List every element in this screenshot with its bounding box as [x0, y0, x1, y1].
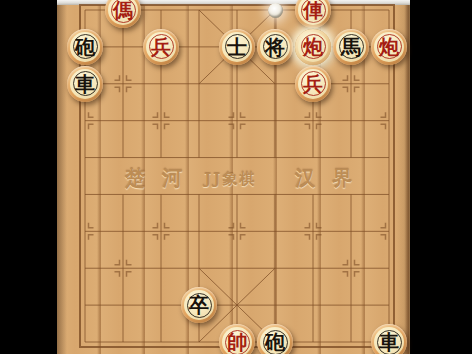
piece-glyph: 俥 — [303, 0, 323, 28]
river-label-han-jie: 汉界 — [295, 166, 369, 190]
piece-black-soldier[interactable]: 卒 — [181, 287, 217, 323]
piece-glyph: 車 — [379, 324, 399, 354]
piece-glyph: 兵 — [303, 66, 323, 102]
piece-glyph: 砲 — [265, 324, 285, 354]
piece-glyph: 砲 — [75, 29, 95, 65]
xiangqi-app-screen: 楚河 JJ象棋 汉界 傌俥砲兵士将炮馬炮車兵卒帥砲車 — [0, 0, 472, 354]
piece-red-general[interactable]: 帥 — [219, 324, 255, 354]
piece-red-cannon[interactable]: 炮 — [371, 29, 407, 65]
piece-glyph: 馬 — [341, 29, 361, 65]
piece-glyph: 将 — [265, 29, 285, 65]
piece-glyph: 卒 — [189, 287, 209, 323]
piece-black-cannon[interactable]: 砲 — [257, 324, 293, 354]
last-move-origin-marker — [268, 3, 283, 18]
piece-black-chariot[interactable]: 車 — [371, 324, 407, 354]
piece-glyph: 炮 — [379, 29, 399, 65]
xiangqi-board[interactable]: 楚河 JJ象棋 汉界 傌俥砲兵士将炮馬炮車兵卒帥砲車 — [57, 0, 410, 354]
river-label-chu-he: 楚河 — [125, 166, 199, 190]
piece-red-cannon[interactable]: 炮 — [295, 29, 331, 65]
piece-glyph: 兵 — [151, 29, 171, 65]
piece-red-soldier[interactable]: 兵 — [295, 66, 331, 102]
piece-black-cannon[interactable]: 砲 — [67, 29, 103, 65]
piece-glyph: 傌 — [113, 0, 133, 28]
piece-black-general[interactable]: 将 — [257, 29, 293, 65]
piece-glyph: 士 — [227, 29, 247, 65]
piece-glyph: 車 — [75, 66, 95, 102]
piece-glyph: 帥 — [227, 324, 247, 354]
piece-black-advisor[interactable]: 士 — [219, 29, 255, 65]
piece-black-chariot[interactable]: 車 — [67, 66, 103, 102]
river-logo-jj-xiangqi: JJ象棋 — [204, 169, 256, 189]
piece-black-horse[interactable]: 馬 — [333, 29, 369, 65]
piece-red-soldier[interactable]: 兵 — [143, 29, 179, 65]
piece-glyph: 炮 — [303, 29, 323, 65]
